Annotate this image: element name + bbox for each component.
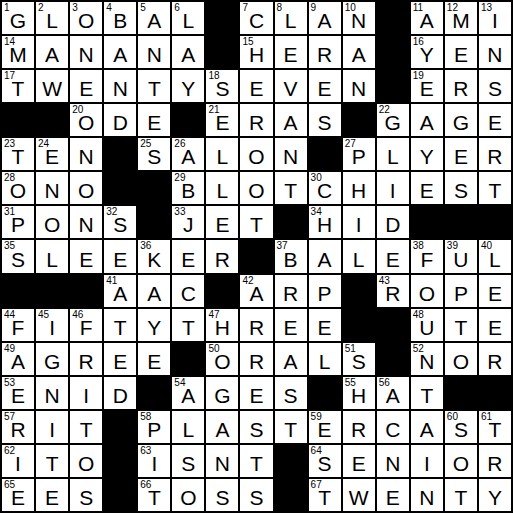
cell-letter: N bbox=[45, 385, 60, 409]
crossword-cell[interactable]: N bbox=[206, 445, 238, 477]
crossword-cell[interactable]: T bbox=[104, 309, 136, 341]
crossword-cell[interactable]: 62I bbox=[2, 445, 34, 477]
cell-letter: A bbox=[215, 419, 229, 443]
cell-letter: T bbox=[182, 317, 195, 341]
crossword-cell[interactable]: T bbox=[138, 70, 170, 102]
crossword-cell[interactable]: N bbox=[70, 138, 102, 170]
crossword-cell[interactable]: 28O bbox=[2, 172, 34, 204]
clue-number: 57 bbox=[4, 411, 15, 423]
crossword-cell[interactable]: D bbox=[104, 377, 136, 409]
clue-number: 58 bbox=[140, 411, 151, 423]
cell-letter: L bbox=[217, 146, 229, 170]
crossword-cell[interactable]: N bbox=[70, 206, 102, 238]
cell-letter: E bbox=[113, 351, 127, 375]
crossword-cell[interactable]: E bbox=[70, 70, 102, 102]
clue-number: 49 bbox=[4, 343, 15, 355]
clue-number: 23 bbox=[4, 138, 15, 150]
clue-number: 3 bbox=[72, 2, 78, 14]
crossword-cell[interactable]: 41A bbox=[104, 275, 136, 307]
crossword-cell[interactable]: O bbox=[36, 206, 68, 238]
crossword-cell[interactable]: Y bbox=[172, 70, 204, 102]
crossword-cell[interactable]: 51S bbox=[343, 343, 375, 375]
cell-letter: T bbox=[148, 78, 161, 102]
crossword-cell[interactable]: N bbox=[275, 138, 307, 170]
crossword-cell[interactable]: T bbox=[240, 206, 272, 238]
clue-number: 17 bbox=[4, 70, 15, 82]
crossword-cell[interactable]: W bbox=[36, 70, 68, 102]
cell-letter: A bbox=[420, 112, 434, 136]
crossword-cell[interactable]: N bbox=[36, 377, 68, 409]
black-cell bbox=[206, 2, 238, 34]
crossword-cell[interactable]: L bbox=[377, 138, 409, 170]
black-cell bbox=[445, 377, 477, 409]
crossword-cell[interactable]: E bbox=[479, 104, 511, 136]
cell-letter: A bbox=[147, 10, 161, 34]
crossword-cell[interactable]: T bbox=[275, 172, 307, 204]
clue-number: 4 bbox=[106, 2, 112, 14]
cell-letter: N bbox=[79, 146, 94, 170]
crossword-cell[interactable]: S bbox=[70, 479, 102, 511]
crossword-cell[interactable]: G bbox=[445, 104, 477, 136]
crossword-cell[interactable]: P bbox=[309, 275, 341, 307]
crossword-cell[interactable]: N bbox=[70, 36, 102, 68]
cell-letter: A bbox=[147, 283, 161, 307]
cell-letter: T bbox=[46, 453, 59, 477]
cell-letter: S bbox=[454, 180, 468, 204]
crossword-cell[interactable]: I bbox=[36, 411, 68, 443]
crossword-cell[interactable]: 54A bbox=[172, 377, 204, 409]
crossword-cell[interactable]: E bbox=[377, 240, 409, 272]
crossword-cell[interactable]: O bbox=[70, 445, 102, 477]
cell-letter: E bbox=[79, 249, 93, 273]
black-cell bbox=[36, 104, 68, 136]
crossword-cell[interactable]: 44F bbox=[2, 309, 34, 341]
crossword-cell[interactable]: A bbox=[275, 343, 307, 375]
crossword-cell[interactable]: E bbox=[138, 104, 170, 136]
clue-number: 27 bbox=[345, 138, 356, 150]
crossword-cell[interactable]: 22G bbox=[377, 104, 409, 136]
crossword-cell[interactable]: A bbox=[104, 36, 136, 68]
clue-number: 63 bbox=[140, 445, 151, 457]
crossword-cell[interactable]: 26A bbox=[172, 138, 204, 170]
crossword-cell[interactable]: T bbox=[445, 309, 477, 341]
cell-letter: O bbox=[248, 180, 264, 204]
cell-letter: E bbox=[352, 453, 366, 477]
black-cell bbox=[70, 275, 102, 307]
black-cell bbox=[377, 36, 409, 68]
crossword-cell[interactable]: R bbox=[206, 240, 238, 272]
clue-number: 13 bbox=[481, 2, 492, 14]
crossword-cell[interactable]: L bbox=[343, 240, 375, 272]
crossword-cell[interactable]: 11A bbox=[411, 2, 443, 34]
crossword-cell[interactable]: S bbox=[240, 411, 272, 443]
crossword-cell[interactable]: T bbox=[445, 479, 477, 511]
crossword-cell[interactable]: A bbox=[275, 104, 307, 136]
cell-letter: O bbox=[180, 487, 196, 511]
crossword-cell[interactable]: E bbox=[275, 309, 307, 341]
crossword-cell[interactable]: L bbox=[36, 240, 68, 272]
black-cell bbox=[172, 104, 204, 136]
cell-letter: E bbox=[420, 180, 434, 204]
crossword-cell[interactable]: 32S bbox=[104, 206, 136, 238]
crossword-cell[interactable]: L bbox=[309, 343, 341, 375]
crossword-cell[interactable]: S bbox=[309, 104, 341, 136]
crossword-cell[interactable]: 37B bbox=[275, 240, 307, 272]
cell-letter: W bbox=[42, 78, 62, 102]
crossword-cell[interactable]: T bbox=[411, 377, 443, 409]
black-cell bbox=[275, 479, 307, 511]
crossword-cell[interactable]: 36K bbox=[138, 240, 170, 272]
cell-letter: L bbox=[46, 10, 58, 34]
crossword-cell[interactable]: 7C bbox=[240, 2, 272, 34]
crossword-cell[interactable]: S bbox=[206, 479, 238, 511]
crossword-cell[interactable]: 55H bbox=[343, 377, 375, 409]
crossword-cell[interactable]: 20O bbox=[70, 104, 102, 136]
crossword-cell[interactable]: R bbox=[70, 343, 102, 375]
black-cell bbox=[138, 172, 170, 204]
crossword-cell[interactable]: R bbox=[479, 445, 511, 477]
cell-letter: N bbox=[283, 146, 298, 170]
clue-number: 61 bbox=[481, 411, 492, 423]
crossword-cell[interactable]: E bbox=[479, 309, 511, 341]
crossword-cell[interactable]: 65E bbox=[2, 479, 34, 511]
crossword-cell[interactable]: 10N bbox=[343, 2, 375, 34]
crossword-cell[interactable]: E bbox=[36, 479, 68, 511]
crossword-cell[interactable]: 27P bbox=[343, 138, 375, 170]
crossword-cell[interactable]: 2L bbox=[36, 2, 68, 34]
crossword-cell[interactable]: R bbox=[343, 411, 375, 443]
cell-letter: T bbox=[250, 214, 263, 238]
crossword-cell[interactable]: E bbox=[104, 240, 136, 272]
crossword-cell[interactable]: 19E bbox=[411, 70, 443, 102]
clue-number: 46 bbox=[72, 309, 83, 321]
clue-number: 43 bbox=[379, 275, 390, 287]
crossword-cell[interactable]: L bbox=[206, 172, 238, 204]
crossword-cell[interactable]: 49A bbox=[2, 343, 34, 375]
crossword-cell[interactable]: A bbox=[343, 36, 375, 68]
clue-number: 51 bbox=[345, 343, 356, 355]
clue-number: 56 bbox=[379, 377, 390, 389]
cell-letter: E bbox=[488, 317, 502, 341]
crossword-cell[interactable]: 47H bbox=[206, 309, 238, 341]
cell-letter: S bbox=[249, 419, 263, 443]
crossword-cell[interactable]: H bbox=[343, 172, 375, 204]
crossword-cell[interactable]: 34H bbox=[309, 206, 341, 238]
crossword-cell[interactable]: E bbox=[240, 377, 272, 409]
crossword-cell[interactable]: I bbox=[343, 206, 375, 238]
crossword-cell[interactable]: A bbox=[36, 36, 68, 68]
crossword-cell[interactable]: 59E bbox=[309, 411, 341, 443]
clue-number: 11 bbox=[413, 2, 423, 14]
crossword-cell[interactable]: E bbox=[377, 479, 409, 511]
crossword-cell[interactable]: N bbox=[36, 172, 68, 204]
black-cell bbox=[172, 343, 204, 375]
crossword-cell[interactable]: 50O bbox=[206, 343, 238, 375]
crossword-cell[interactable]: L bbox=[172, 411, 204, 443]
cell-letter: A bbox=[45, 44, 59, 68]
crossword-cell[interactable]: 4B bbox=[104, 2, 136, 34]
crossword-cell[interactable]: 46F bbox=[70, 309, 102, 341]
crossword-cell[interactable]: R bbox=[445, 70, 477, 102]
crossword-cell[interactable]: N bbox=[138, 36, 170, 68]
cell-letter: Y bbox=[488, 487, 502, 511]
clue-number: 31 bbox=[4, 206, 15, 218]
crossword-cell[interactable]: 61T bbox=[479, 411, 511, 443]
crossword-cell[interactable]: 52N bbox=[411, 343, 443, 375]
cell-letter: H bbox=[351, 180, 366, 204]
cell-letter: A bbox=[318, 249, 332, 273]
crossword-cell[interactable]: N bbox=[411, 479, 443, 511]
crossword-cell[interactable]: 57R bbox=[2, 411, 34, 443]
crossword-cell[interactable]: T bbox=[275, 411, 307, 443]
crossword-cell[interactable]: 63I bbox=[138, 445, 170, 477]
crossword-cell[interactable]: 23T bbox=[2, 138, 34, 170]
cell-letter: G bbox=[10, 10, 26, 34]
crossword-cell[interactable]: 48U bbox=[411, 309, 443, 341]
cell-letter: I bbox=[390, 180, 396, 204]
crossword-cell[interactable]: 58P bbox=[138, 411, 170, 443]
crossword-cell[interactable]: 18S bbox=[206, 70, 238, 102]
crossword-cell[interactable]: R bbox=[479, 138, 511, 170]
crossword-cell[interactable]: C bbox=[377, 411, 409, 443]
crossword-cell[interactable]: 64S bbox=[309, 445, 341, 477]
crossword-cell[interactable]: O bbox=[411, 275, 443, 307]
crossword-cell[interactable]: L bbox=[206, 138, 238, 170]
black-cell bbox=[104, 138, 136, 170]
black-cell bbox=[377, 343, 409, 375]
crossword-cell[interactable]: N bbox=[104, 70, 136, 102]
crossword-cell[interactable]: R bbox=[240, 343, 272, 375]
clue-number: 59 bbox=[311, 411, 322, 423]
crossword-cell[interactable]: 17T bbox=[2, 70, 34, 102]
cell-letter: C bbox=[249, 10, 264, 34]
clue-number: 37 bbox=[277, 240, 288, 252]
crossword-cell[interactable]: T bbox=[479, 172, 511, 204]
crossword-cell[interactable]: 40L bbox=[479, 240, 511, 272]
crossword-cell[interactable]: 15H bbox=[240, 36, 272, 68]
crossword-cell[interactable]: E bbox=[411, 172, 443, 204]
clue-number: 38 bbox=[413, 240, 424, 252]
cell-letter: L bbox=[353, 249, 365, 273]
cell-letter: C bbox=[385, 419, 400, 443]
cell-letter: L bbox=[319, 351, 331, 375]
crossword-cell[interactable]: I bbox=[70, 377, 102, 409]
crossword-cell[interactable]: 30C bbox=[309, 172, 341, 204]
crossword-cell[interactable]: O bbox=[445, 343, 477, 375]
clue-number: 28 bbox=[4, 172, 15, 184]
crossword-cell[interactable]: D bbox=[104, 104, 136, 136]
cell-letter: E bbox=[249, 385, 263, 409]
crossword-cell[interactable]: O bbox=[240, 138, 272, 170]
crossword-cell[interactable]: 67T bbox=[309, 479, 341, 511]
cell-letter: C bbox=[181, 283, 196, 307]
crossword-cell[interactable]: 3O bbox=[70, 2, 102, 34]
black-cell bbox=[377, 2, 409, 34]
crossword-cell[interactable]: E bbox=[343, 445, 375, 477]
crossword-cell[interactable]: E bbox=[206, 206, 238, 238]
crossword-cell[interactable]: N bbox=[377, 445, 409, 477]
cell-letter: T bbox=[80, 419, 93, 443]
crossword-cell[interactable]: 31P bbox=[2, 206, 34, 238]
cell-letter: G bbox=[214, 385, 230, 409]
crossword-cell[interactable]: R bbox=[479, 343, 511, 375]
crossword-cell[interactable]: O bbox=[172, 479, 204, 511]
cell-letter: O bbox=[78, 10, 94, 34]
cell-letter: N bbox=[113, 78, 128, 102]
crossword-cell[interactable]: 25S bbox=[138, 138, 170, 170]
cell-letter: B bbox=[113, 10, 127, 34]
crossword-cell[interactable]: 9A bbox=[309, 2, 341, 34]
crossword-cell[interactable]: 29B bbox=[172, 172, 204, 204]
crossword-cell[interactable]: T bbox=[36, 445, 68, 477]
cell-letter: S bbox=[284, 385, 298, 409]
crossword-cell[interactable]: O bbox=[445, 445, 477, 477]
crossword-cell[interactable]: 45I bbox=[36, 309, 68, 341]
crossword-cell[interactable]: 39U bbox=[445, 240, 477, 272]
crossword-cell[interactable]: A bbox=[411, 411, 443, 443]
crossword-cell[interactable]: A bbox=[206, 411, 238, 443]
crossword-cell[interactable]: A bbox=[172, 36, 204, 68]
crossword-cell[interactable]: R bbox=[240, 309, 272, 341]
clue-number: 53 bbox=[4, 377, 15, 389]
cell-letter: T bbox=[454, 317, 467, 341]
cell-letter: R bbox=[283, 283, 298, 307]
crossword-cell[interactable]: G bbox=[206, 377, 238, 409]
crossword-cell[interactable]: S bbox=[275, 377, 307, 409]
crossword-cell[interactable]: C bbox=[172, 275, 204, 307]
black-cell bbox=[411, 206, 443, 238]
crossword-cell[interactable]: 42A bbox=[240, 275, 272, 307]
crossword-cell[interactable]: A bbox=[309, 240, 341, 272]
clue-number: 15 bbox=[242, 36, 253, 48]
crossword-cell[interactable]: E bbox=[70, 240, 102, 272]
cell-letter: R bbox=[249, 351, 264, 375]
crossword-cell[interactable]: E bbox=[104, 343, 136, 375]
crossword-cell[interactable]: E bbox=[309, 70, 341, 102]
clue-number: 36 bbox=[140, 240, 151, 252]
cell-letter: E bbox=[386, 487, 400, 511]
crossword-cell[interactable]: 12M bbox=[445, 2, 477, 34]
crossword-cell[interactable]: Y bbox=[479, 479, 511, 511]
crossword-cell[interactable]: R bbox=[309, 36, 341, 68]
cell-letter: S bbox=[488, 78, 502, 102]
cell-letter: T bbox=[454, 487, 467, 511]
crossword-cell[interactable]: E bbox=[479, 275, 511, 307]
cell-letter: R bbox=[453, 78, 468, 102]
crossword-cell[interactable]: T bbox=[240, 445, 272, 477]
clue-number: 42 bbox=[242, 275, 253, 287]
crossword-cell[interactable]: E bbox=[275, 36, 307, 68]
crossword-cell[interactable]: T bbox=[70, 411, 102, 443]
crossword-cell[interactable]: D bbox=[377, 206, 409, 238]
crossword-cell[interactable]: S bbox=[479, 70, 511, 102]
crossword-cell[interactable]: N bbox=[479, 36, 511, 68]
crossword-cell[interactable]: E bbox=[240, 70, 272, 102]
crossword-cell[interactable]: P bbox=[445, 275, 477, 307]
crossword-cell[interactable]: 35S bbox=[2, 240, 34, 272]
crossword-cell[interactable]: 16Y bbox=[411, 36, 443, 68]
crossword-cell[interactable]: 21E bbox=[206, 104, 238, 136]
crossword-cell[interactable]: 66T bbox=[138, 479, 170, 511]
crossword-cell[interactable]: 33J bbox=[172, 206, 204, 238]
crossword-cell[interactable]: T bbox=[172, 309, 204, 341]
crossword-cell[interactable]: 8L bbox=[275, 2, 307, 34]
crossword-cell[interactable]: 60S bbox=[445, 411, 477, 443]
cell-letter: N bbox=[45, 180, 60, 204]
clue-number: 2 bbox=[38, 2, 44, 14]
cell-letter: P bbox=[318, 283, 332, 307]
crossword-cell[interactable]: 6L bbox=[172, 2, 204, 34]
crossword-cell[interactable]: 43R bbox=[377, 275, 409, 307]
crossword-cell[interactable]: V bbox=[275, 70, 307, 102]
cell-letter: R bbox=[215, 249, 230, 273]
crossword-cell[interactable]: E bbox=[309, 309, 341, 341]
crossword-cell[interactable]: 5A bbox=[138, 2, 170, 34]
clue-number: 45 bbox=[38, 309, 49, 321]
crossword-cell[interactable]: A bbox=[138, 275, 170, 307]
black-cell bbox=[377, 309, 409, 341]
crossword-cell[interactable]: E bbox=[445, 138, 477, 170]
crossword-cell[interactable]: 53E bbox=[2, 377, 34, 409]
crossword-cell[interactable]: S bbox=[445, 172, 477, 204]
crossword-cell[interactable]: N bbox=[343, 70, 375, 102]
crossword-cell[interactable]: I bbox=[377, 172, 409, 204]
crossword-cell[interactable]: G bbox=[36, 343, 68, 375]
cell-letter: E bbox=[488, 283, 502, 307]
crossword-cell[interactable]: Y bbox=[411, 138, 443, 170]
crossword-cell[interactable]: I bbox=[411, 445, 443, 477]
crossword-cell[interactable]: E bbox=[138, 343, 170, 375]
cell-letter: O bbox=[453, 453, 469, 477]
clue-number: 52 bbox=[413, 343, 424, 355]
cell-letter: E bbox=[45, 487, 59, 511]
crossword-cell[interactable]: R bbox=[275, 275, 307, 307]
crossword-cell[interactable]: R bbox=[240, 104, 272, 136]
crossword-cell[interactable]: Y bbox=[138, 309, 170, 341]
crossword-cell[interactable]: E bbox=[172, 240, 204, 272]
cell-letter: N bbox=[215, 453, 230, 477]
cell-letter: A bbox=[318, 10, 332, 34]
cell-letter: L bbox=[285, 10, 297, 34]
black-cell bbox=[479, 377, 511, 409]
crossword-cell[interactable]: W bbox=[343, 479, 375, 511]
cell-letter: O bbox=[44, 214, 60, 238]
cell-letter: I bbox=[424, 453, 430, 477]
crossword-cell[interactable]: S bbox=[172, 445, 204, 477]
black-cell bbox=[479, 206, 511, 238]
crossword-cell[interactable]: 56A bbox=[377, 377, 409, 409]
cell-letter: R bbox=[487, 146, 502, 170]
clue-number: 30 bbox=[311, 172, 322, 184]
crossword-cell[interactable]: 13I bbox=[479, 2, 511, 34]
black-cell bbox=[343, 309, 375, 341]
crossword-cell[interactable]: S bbox=[240, 479, 272, 511]
clue-number: 55 bbox=[345, 377, 356, 389]
cell-letter: N bbox=[147, 44, 162, 68]
black-cell bbox=[138, 206, 170, 238]
crossword-cell[interactable]: E bbox=[445, 36, 477, 68]
clue-number: 41 bbox=[106, 275, 117, 287]
crossword-cell[interactable]: 14M bbox=[2, 36, 34, 68]
crossword-cell[interactable]: 24E bbox=[36, 138, 68, 170]
crossword-cell[interactable]: O bbox=[70, 172, 102, 204]
cell-letter: D bbox=[385, 214, 400, 238]
crossword-cell[interactable]: 1G bbox=[2, 2, 34, 34]
crossword-cell[interactable]: 38F bbox=[411, 240, 443, 272]
black-cell bbox=[206, 275, 238, 307]
crossword-cell[interactable]: A bbox=[411, 104, 443, 136]
crossword-cell[interactable]: O bbox=[240, 172, 272, 204]
